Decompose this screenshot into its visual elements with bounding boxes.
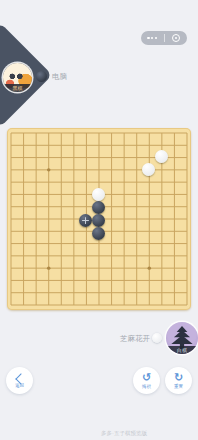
reset-button[interactable]: ↻ 重置 [165,367,192,394]
wechat-capsule [141,31,187,45]
undo-icon: ↺ [142,372,151,383]
black-stone [92,227,105,240]
last-move-marker [79,214,92,227]
white-stone [92,188,105,201]
board-grid-area [11,133,187,305]
undo-label: 悔棋 [142,384,151,389]
player-avatar: 白棋 [166,322,198,354]
more-dots-icon [147,37,157,39]
gomoku-board[interactable] [7,128,191,310]
watermark-text: 多多·五子棋预览版 [0,430,198,437]
exit-target-icon [172,34,181,43]
white-stone-icon [152,333,162,343]
black-stone [92,201,105,214]
reset-label: 重置 [174,384,183,389]
player-name: 芝麻花开 [120,333,150,344]
black-stone-icon [36,71,47,82]
computer-avatar: 黑棋 [3,63,32,92]
computer-name: 电脑 [52,71,67,82]
back-button[interactable]: 返回 [6,367,33,394]
black-stone [92,214,105,227]
reset-icon: ↻ [174,372,183,383]
black-stone [79,214,92,227]
more-button[interactable] [141,31,164,45]
white-stone [142,163,155,176]
exit-button[interactable] [165,31,188,45]
undo-button[interactable]: ↺ 悔棋 [133,367,160,394]
game-screen: 黑棋 电脑 芝麻花开 白棋 返回 ↺ 悔棋 ↻ 重置 多多 [0,0,198,440]
player-stone-badge: 白棋 [166,346,198,354]
stones-layer [5,127,194,311]
white-stone [155,150,168,163]
